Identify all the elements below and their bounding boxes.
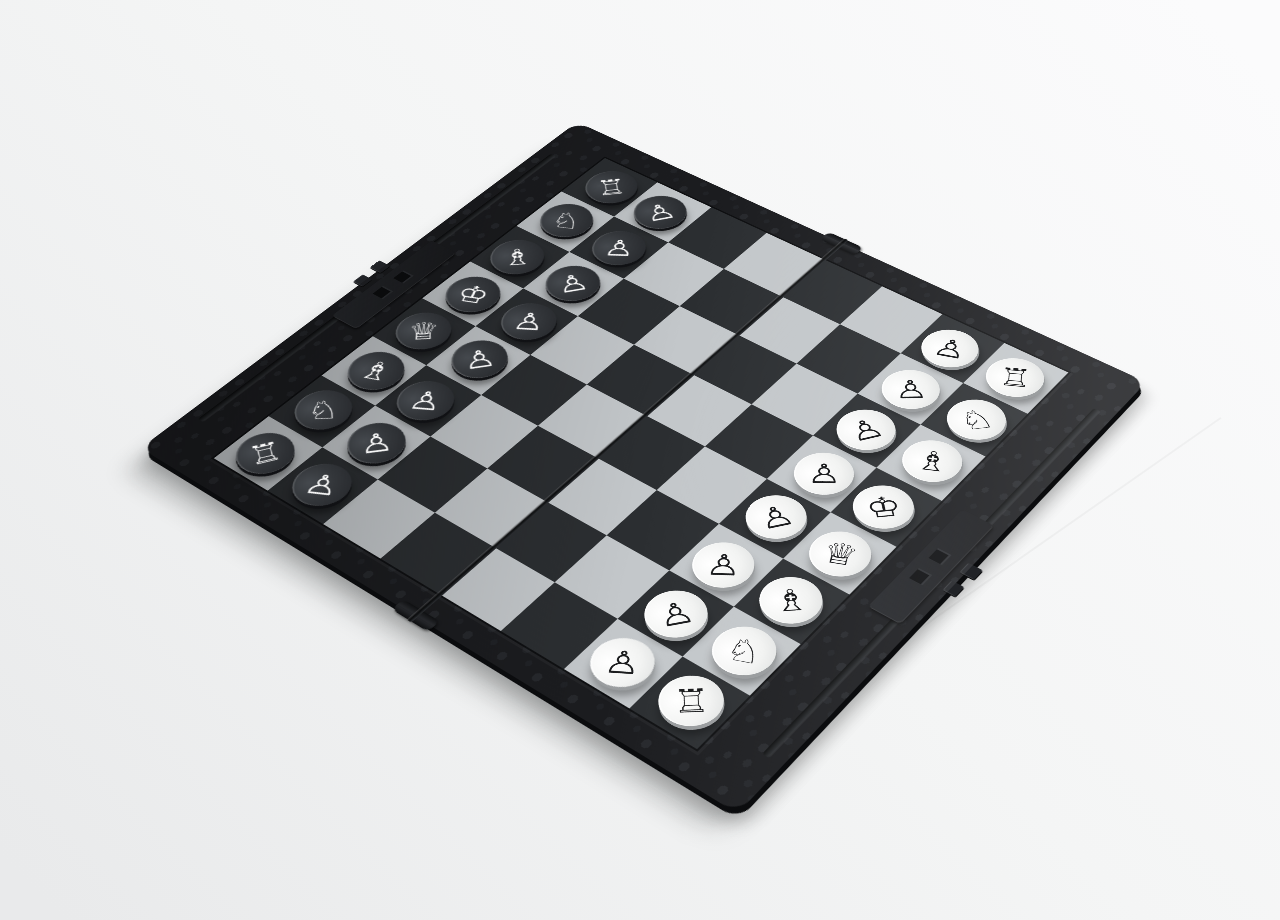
piece-glyph: ♗ [354, 356, 397, 385]
piece-glyph: ♙ [893, 377, 928, 402]
piece-glyph: ♙ [359, 428, 394, 457]
piece-glyph: ♙ [462, 345, 498, 373]
piece-glyph: ♘ [548, 208, 586, 232]
piece-glyph: ♙ [844, 414, 888, 446]
piece-glyph: ♙ [602, 237, 636, 259]
piece-glyph: ♙ [641, 199, 679, 224]
piece-glyph: ♙ [654, 596, 698, 632]
piece-glyph: ♙ [300, 470, 343, 500]
latch-tooth [370, 260, 390, 273]
piece-glyph: ♙ [602, 646, 644, 679]
piece-glyph: ♙ [704, 550, 742, 580]
piece-glyph: ♖ [997, 364, 1032, 391]
piece-glyph: ♕ [407, 318, 440, 343]
scene: ♖♘♗♕♔♗♘♖♙♙♙♙♙♙♙♙♙♙♙♙♙♙♙♙♖♘♗♕♔♗♘♖ [0, 0, 1280, 920]
piece-glyph: ♔ [863, 492, 904, 522]
piece-glyph: ♖ [246, 437, 286, 469]
piece-glyph: ♔ [453, 281, 493, 307]
piece-glyph: ♙ [554, 270, 591, 297]
clasp-slot [373, 286, 394, 299]
piece-glyph: ♘ [956, 405, 997, 434]
pocket-chess-board: ♖♘♗♕♔♗♘♖♙♙♙♙♙♙♙♙♙♙♙♙♙♙♙♙♖♘♗♕♔♗♘♖ [141, 122, 1147, 813]
clasp-slot [929, 548, 952, 565]
piece-glyph: ♖ [595, 176, 628, 199]
piece-glyph: ♙ [510, 309, 547, 334]
piece-glyph: ♗ [771, 584, 811, 616]
clasp-slot [393, 270, 413, 283]
latch-tooth [353, 274, 372, 286]
piece-glyph: ♙ [405, 387, 445, 414]
piece-glyph: ♙ [754, 500, 798, 534]
checkerboard-surface: ♖♘♗♕♔♗♘♖♙♙♙♙♙♙♙♙♙♙♙♙♙♙♙♙♖♘♗♕♔♗♘♖ [214, 158, 1069, 749]
piece-glyph: ♖ [672, 684, 711, 718]
piece-glyph: ♘ [721, 632, 767, 669]
clasp-slot [909, 568, 932, 585]
piece-glyph: ♙ [807, 460, 841, 487]
piece-glyph: ♙ [930, 334, 970, 363]
piece-glyph: ♕ [819, 537, 861, 570]
piece-glyph: ♗ [501, 245, 533, 269]
piece-glyph: ♗ [913, 446, 952, 476]
piece-glyph: ♘ [305, 397, 341, 423]
